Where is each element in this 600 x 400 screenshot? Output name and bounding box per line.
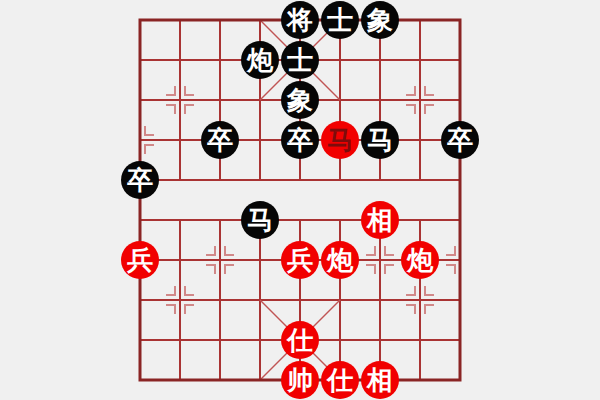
piece-red-advisor[interactable]: 仕 xyxy=(321,361,359,399)
piece-red-soldier[interactable]: 兵 xyxy=(121,241,159,279)
piece-red-cannon[interactable]: 炮 xyxy=(321,241,359,279)
piece-black-general[interactable]: 将 xyxy=(281,1,319,39)
piece-black-advisor[interactable]: 士 xyxy=(321,1,359,39)
piece-red-horse[interactable]: 马 xyxy=(321,121,359,159)
piece-black-soldier[interactable]: 卒 xyxy=(201,121,239,159)
piece-black-elephant[interactable]: 象 xyxy=(361,1,399,39)
piece-black-soldier[interactable]: 卒 xyxy=(441,121,479,159)
piece-red-king[interactable]: 帅 xyxy=(281,361,319,399)
piece-red-elephant[interactable]: 相 xyxy=(361,361,399,399)
piece-red-elephant[interactable]: 相 xyxy=(361,201,399,239)
piece-black-soldier[interactable]: 卒 xyxy=(121,161,159,199)
piece-red-advisor[interactable]: 仕 xyxy=(281,321,319,359)
piece-black-elephant[interactable]: 象 xyxy=(281,81,319,119)
piece-black-cannon[interactable]: 炮 xyxy=(241,41,279,79)
piece-red-soldier[interactable]: 兵 xyxy=(281,241,319,279)
piece-black-horse[interactable]: 马 xyxy=(361,121,399,159)
piece-black-advisor[interactable]: 士 xyxy=(281,41,319,79)
piece-black-soldier[interactable]: 卒 xyxy=(281,121,319,159)
piece-red-cannon[interactable]: 炮 xyxy=(401,241,439,279)
xiangqi-app: 将士象炮士象卒卒马马卒卒马相兵兵炮炮仕帅仕相 xyxy=(0,0,600,400)
piece-black-horse[interactable]: 马 xyxy=(241,201,279,239)
